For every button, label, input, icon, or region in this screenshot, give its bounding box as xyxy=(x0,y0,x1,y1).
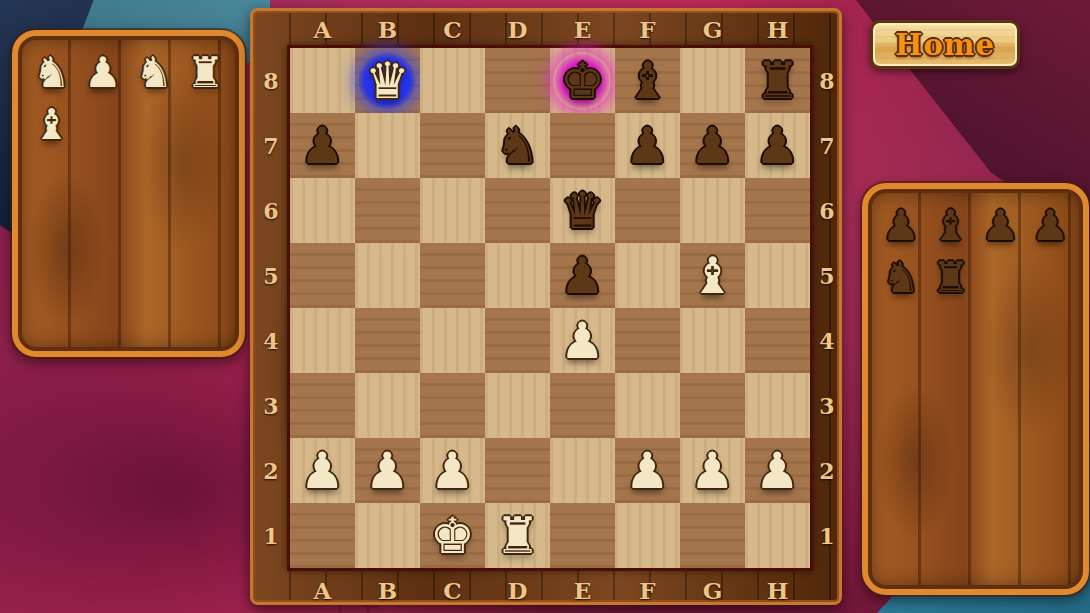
captured-white-knight: ♞ xyxy=(33,52,71,94)
square-g4[interactable] xyxy=(680,308,745,373)
captured-black-pieces-list: ♟♝♟♟♞♜ xyxy=(868,189,1083,315)
home-button[interactable]: Home xyxy=(870,20,1020,69)
piece-black-king[interactable]: ♚ xyxy=(560,56,605,106)
rank-label-6: 6 xyxy=(815,178,839,243)
files-top: ABCDEFGH xyxy=(290,16,810,43)
square-a8[interactable] xyxy=(290,48,355,113)
square-a2[interactable]: ♟ xyxy=(290,438,355,503)
file-label-d: D xyxy=(485,577,550,604)
square-b7[interactable] xyxy=(355,113,420,178)
square-e5[interactable]: ♟ xyxy=(550,243,615,308)
square-a5[interactable] xyxy=(290,243,355,308)
square-c6[interactable] xyxy=(420,178,485,243)
square-d7[interactable]: ♞ xyxy=(485,113,550,178)
piece-black-pawn[interactable]: ♟ xyxy=(690,121,735,171)
square-g7[interactable]: ♟ xyxy=(680,113,745,178)
square-g6[interactable] xyxy=(680,178,745,243)
captured-black-knight: ♞ xyxy=(882,257,920,299)
square-h6[interactable] xyxy=(745,178,810,243)
captured-white-bishop: ♝ xyxy=(33,104,71,146)
rank-label-3: 3 xyxy=(815,373,839,438)
rank-label-2: 2 xyxy=(259,438,283,503)
rank-label-6: 6 xyxy=(259,178,283,243)
piece-black-rook[interactable]: ♜ xyxy=(755,56,800,106)
square-c4[interactable] xyxy=(420,308,485,373)
square-h3[interactable] xyxy=(745,373,810,438)
square-g8[interactable] xyxy=(680,48,745,113)
rank-label-7: 7 xyxy=(815,113,839,178)
piece-black-bishop[interactable]: ♝ xyxy=(625,56,670,106)
chess-board-frame: ABCDEFGH 87654321 ♛♚♝♜♟♞♟♟♟♛♟♝♟♟♟♟♟♟♟♚♜ … xyxy=(250,8,842,605)
captured-white-rook: ♜ xyxy=(187,52,225,94)
captured-white-pawn: ♟ xyxy=(84,52,122,94)
square-f6[interactable] xyxy=(615,178,680,243)
square-e6[interactable]: ♛ xyxy=(550,178,615,243)
captured-white-knight: ♞ xyxy=(135,52,173,94)
file-label-e: E xyxy=(550,16,615,43)
square-c3[interactable] xyxy=(420,373,485,438)
piece-white-pawn[interactable]: ♟ xyxy=(365,446,410,496)
square-b3[interactable] xyxy=(355,373,420,438)
file-label-b: B xyxy=(355,16,420,43)
square-b2[interactable]: ♟ xyxy=(355,438,420,503)
square-c2[interactable]: ♟ xyxy=(420,438,485,503)
square-a1[interactable] xyxy=(290,503,355,568)
square-d2[interactable] xyxy=(485,438,550,503)
file-label-g: G xyxy=(680,16,745,43)
file-label-d: D xyxy=(485,16,550,43)
rank-label-3: 3 xyxy=(259,373,283,438)
square-e3[interactable] xyxy=(550,373,615,438)
square-g1[interactable] xyxy=(680,503,745,568)
square-h7[interactable]: ♟ xyxy=(745,113,810,178)
rank-label-1: 1 xyxy=(259,503,283,568)
square-g5[interactable]: ♝ xyxy=(680,243,745,308)
square-e8[interactable]: ♚ xyxy=(550,48,615,113)
piece-black-pawn[interactable]: ♟ xyxy=(755,121,800,171)
piece-white-pawn[interactable]: ♟ xyxy=(300,446,345,496)
square-f2[interactable]: ♟ xyxy=(615,438,680,503)
square-b6[interactable] xyxy=(355,178,420,243)
file-label-a: A xyxy=(290,577,355,604)
ranks-right: 87654321 xyxy=(815,48,839,568)
file-label-c: C xyxy=(420,577,485,604)
piece-black-pawn[interactable]: ♟ xyxy=(625,121,670,171)
square-f1[interactable] xyxy=(615,503,680,568)
piece-white-queen[interactable]: ♛ xyxy=(365,56,410,106)
file-label-f: F xyxy=(615,16,680,43)
file-label-b: B xyxy=(355,577,420,604)
piece-white-pawn[interactable]: ♟ xyxy=(690,446,735,496)
square-c5[interactable] xyxy=(420,243,485,308)
square-b5[interactable] xyxy=(355,243,420,308)
piece-black-knight[interactable]: ♞ xyxy=(495,121,540,171)
square-e7[interactable] xyxy=(550,113,615,178)
square-h1[interactable] xyxy=(745,503,810,568)
square-a7[interactable]: ♟ xyxy=(290,113,355,178)
square-f8[interactable]: ♝ xyxy=(615,48,680,113)
square-d8[interactable] xyxy=(485,48,550,113)
piece-white-pawn[interactable]: ♟ xyxy=(625,446,670,496)
square-f7[interactable]: ♟ xyxy=(615,113,680,178)
rank-label-5: 5 xyxy=(815,243,839,308)
square-d1[interactable]: ♜ xyxy=(485,503,550,568)
piece-white-pawn[interactable]: ♟ xyxy=(430,446,475,496)
board-grid: ♛♚♝♜♟♞♟♟♟♛♟♝♟♟♟♟♟♟♟♚♜ xyxy=(287,45,813,571)
rank-label-2: 2 xyxy=(815,438,839,503)
piece-white-rook[interactable]: ♜ xyxy=(495,511,540,561)
piece-white-pawn[interactable]: ♟ xyxy=(755,446,800,496)
rank-label-4: 4 xyxy=(815,308,839,373)
piece-black-pawn[interactable]: ♟ xyxy=(300,121,345,171)
rank-label-1: 1 xyxy=(815,503,839,568)
rank-label-8: 8 xyxy=(259,48,283,113)
square-f5[interactable] xyxy=(615,243,680,308)
square-d3[interactable] xyxy=(485,373,550,438)
piece-black-queen[interactable]: ♛ xyxy=(560,186,605,236)
captured-black-pieces-tray: ♟♝♟♟♞♜ xyxy=(862,183,1089,595)
square-b1[interactable] xyxy=(355,503,420,568)
file-label-g: G xyxy=(680,577,745,604)
file-label-e: E xyxy=(550,577,615,604)
chess-game-screen: ♞♟♞♜♝ ABCDEFGH 87654321 ♛♚♝♜♟♞♟♟♟♛♟♝♟♟♟♟… xyxy=(0,0,1090,613)
piece-white-pawn[interactable]: ♟ xyxy=(560,316,605,366)
rank-label-7: 7 xyxy=(259,113,283,178)
piece-white-king[interactable]: ♚ xyxy=(430,511,475,561)
square-c1[interactable]: ♚ xyxy=(420,503,485,568)
captured-white-pieces-tray: ♞♟♞♜♝ xyxy=(12,30,245,357)
rank-label-4: 4 xyxy=(259,308,283,373)
captured-black-rook: ♜ xyxy=(932,257,970,299)
captured-black-pawn: ♟ xyxy=(882,205,920,247)
captured-white-pieces-list: ♞♟♞♜♝ xyxy=(18,36,239,162)
square-h8[interactable]: ♜ xyxy=(745,48,810,113)
square-h4[interactable] xyxy=(745,308,810,373)
square-d5[interactable] xyxy=(485,243,550,308)
file-label-h: H xyxy=(745,16,810,43)
piece-white-bishop[interactable]: ♝ xyxy=(690,251,735,301)
square-f3[interactable] xyxy=(615,373,680,438)
file-label-h: H xyxy=(745,577,810,604)
square-b4[interactable] xyxy=(355,308,420,373)
captured-black-pawn: ♟ xyxy=(1031,205,1069,247)
square-e2[interactable] xyxy=(550,438,615,503)
square-c7[interactable] xyxy=(420,113,485,178)
square-c8[interactable] xyxy=(420,48,485,113)
square-e1[interactable] xyxy=(550,503,615,568)
square-g2[interactable]: ♟ xyxy=(680,438,745,503)
square-d4[interactable] xyxy=(485,308,550,373)
square-b8[interactable]: ♛ xyxy=(355,48,420,113)
ranks-left: 87654321 xyxy=(259,48,283,568)
square-h2[interactable]: ♟ xyxy=(745,438,810,503)
rank-label-8: 8 xyxy=(815,48,839,113)
square-g3[interactable] xyxy=(680,373,745,438)
square-e4[interactable]: ♟ xyxy=(550,308,615,373)
square-a6[interactable] xyxy=(290,178,355,243)
piece-black-pawn[interactable]: ♟ xyxy=(560,251,605,301)
files-bottom: ABCDEFGH xyxy=(290,577,810,604)
file-label-f: F xyxy=(615,577,680,604)
square-f4[interactable] xyxy=(615,308,680,373)
file-label-c: C xyxy=(420,16,485,43)
captured-black-bishop: ♝ xyxy=(932,205,970,247)
square-a4[interactable] xyxy=(290,308,355,373)
square-h5[interactable] xyxy=(745,243,810,308)
captured-black-pawn: ♟ xyxy=(982,205,1020,247)
square-d6[interactable] xyxy=(485,178,550,243)
home-button-label: Home xyxy=(895,28,995,62)
rank-label-5: 5 xyxy=(259,243,283,308)
file-label-a: A xyxy=(290,16,355,43)
square-a3[interactable] xyxy=(290,373,355,438)
